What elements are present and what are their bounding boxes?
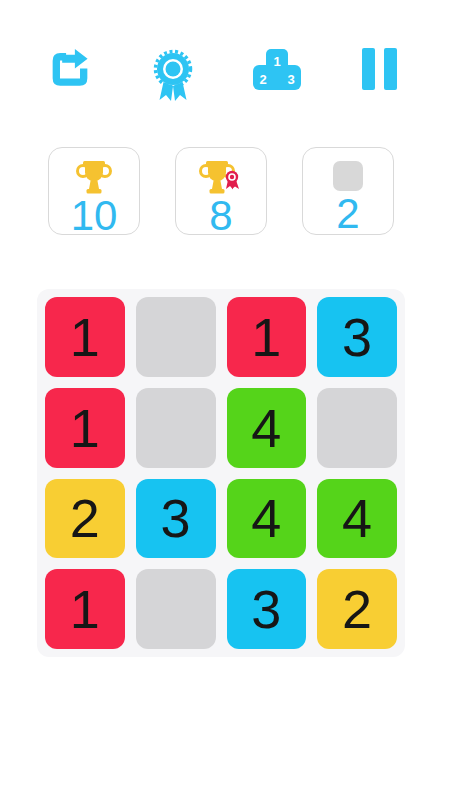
pause-button[interactable]: [350, 47, 410, 90]
tile-r3c1[interactable]: 2: [45, 479, 125, 559]
podium-first: 1: [273, 54, 280, 69]
tile-r2c2[interactable]: [136, 388, 216, 468]
current-score-value: 8: [209, 196, 232, 236]
achievements-button[interactable]: [143, 47, 203, 105]
podium-third: 3: [287, 72, 294, 87]
tile-r4c3[interactable]: 3: [227, 569, 307, 649]
tile-r4c1[interactable]: 1: [45, 569, 125, 649]
share-icon: [48, 47, 92, 90]
tile-r2c3[interactable]: 4: [227, 388, 307, 468]
tiles-count-card: 2: [302, 147, 394, 235]
tile-r1c4[interactable]: 3: [317, 297, 397, 377]
score-row: 10 8: [48, 147, 394, 235]
tile-r1c3[interactable]: 1: [227, 297, 307, 377]
pause-icon: [362, 48, 397, 90]
tile-r4c2[interactable]: [136, 569, 216, 649]
top-bar: 1 2 3: [0, 0, 450, 103]
trophy-icon: [74, 157, 114, 197]
leaderboard-podium-icon: 1 2 3: [251, 47, 303, 91]
current-score-card: 8: [175, 147, 267, 235]
tiles-count-value: 2: [336, 194, 359, 234]
best-score-card: 10: [48, 147, 140, 235]
share-button[interactable]: [40, 47, 100, 90]
leaderboard-button[interactable]: 1 2 3: [247, 47, 307, 91]
tile-r4c4[interactable]: 2: [317, 569, 397, 649]
tile-r3c2[interactable]: 3: [136, 479, 216, 559]
tile-r2c4[interactable]: [317, 388, 397, 468]
trophy-medal-icon: [198, 157, 244, 197]
best-score-value: 10: [71, 196, 118, 236]
game-board: 1 1 3 1 4 2 3 4 4 1 3 2: [37, 289, 405, 657]
tile-r2c1[interactable]: 1: [45, 388, 125, 468]
tile-r1c1[interactable]: 1: [45, 297, 125, 377]
tile-r3c4[interactable]: 4: [317, 479, 397, 559]
award-rosette-icon: [149, 47, 197, 105]
tile-r1c2[interactable]: [136, 297, 216, 377]
podium-second: 2: [259, 72, 266, 87]
tile-r3c3[interactable]: 4: [227, 479, 307, 559]
